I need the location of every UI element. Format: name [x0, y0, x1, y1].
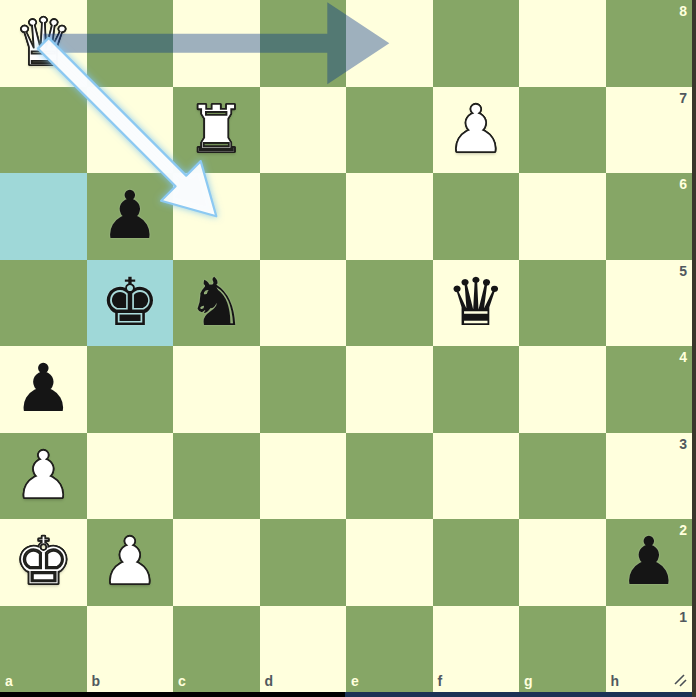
square-e3[interactable] [346, 433, 433, 520]
square-a2[interactable]: ♚ [0, 519, 87, 606]
square-h8[interactable]: 8 [606, 0, 693, 87]
square-a3[interactable]: ♟ [0, 433, 87, 520]
square-e5[interactable] [346, 260, 433, 347]
piece-white-pawn-a3[interactable]: ♟ [14, 433, 73, 520]
rank-label-1: 1 [679, 609, 687, 625]
square-e8[interactable] [346, 0, 433, 87]
piece-white-pawn-b2[interactable]: ♟ [100, 519, 159, 606]
square-f5[interactable]: ♛ [433, 260, 520, 347]
square-c5[interactable]: ♞ [173, 260, 260, 347]
square-a4[interactable]: ♟ [0, 346, 87, 433]
square-g4[interactable] [519, 346, 606, 433]
right-edge-strip [692, 0, 696, 697]
square-e6[interactable] [346, 173, 433, 260]
file-label-c: c [178, 673, 186, 689]
square-d5[interactable] [260, 260, 347, 347]
piece-black-pawn-b6[interactable]: ♟ [100, 173, 159, 260]
file-label-f: f [438, 673, 443, 689]
rank-label-2: 2 [679, 522, 687, 538]
file-label-h: h [611, 673, 620, 689]
square-e4[interactable] [346, 346, 433, 433]
piece-black-queen-f5[interactable]: ♛ [446, 260, 505, 347]
square-a1[interactable]: a [0, 606, 87, 693]
square-f2[interactable] [433, 519, 520, 606]
square-d6[interactable] [260, 173, 347, 260]
square-f4[interactable] [433, 346, 520, 433]
square-f3[interactable] [433, 433, 520, 520]
square-h4[interactable]: 4 [606, 346, 693, 433]
rank-label-8: 8 [679, 3, 687, 19]
square-d4[interactable] [260, 346, 347, 433]
square-b5[interactable]: ♚ [87, 260, 174, 347]
square-d1[interactable]: d [260, 606, 347, 693]
square-b3[interactable] [87, 433, 174, 520]
square-g1[interactable]: g [519, 606, 606, 693]
rank-label-7: 7 [679, 90, 687, 106]
piece-white-rook-c7[interactable]: ♜ [187, 87, 246, 174]
square-d3[interactable] [260, 433, 347, 520]
file-label-e: e [351, 673, 359, 689]
square-f1[interactable]: f [433, 606, 520, 693]
square-g6[interactable] [519, 173, 606, 260]
square-h6[interactable]: 6 [606, 173, 693, 260]
square-f7[interactable]: ♟ [433, 87, 520, 174]
square-a8[interactable]: ♛ [0, 0, 87, 87]
chess-app-window: ♛8♜♟7♟6♚♞♛5♟4♟3♚♟2♟abcdefgh1 [0, 0, 696, 697]
square-g3[interactable] [519, 433, 606, 520]
square-b8[interactable] [87, 0, 174, 87]
file-label-g: g [524, 673, 533, 689]
bottom-edge-strip [0, 692, 692, 697]
square-d7[interactable] [260, 87, 347, 174]
piece-black-pawn-a4[interactable]: ♟ [14, 346, 73, 433]
square-a5[interactable] [0, 260, 87, 347]
square-h3[interactable]: 3 [606, 433, 693, 520]
square-c1[interactable]: c [173, 606, 260, 693]
square-h5[interactable]: 5 [606, 260, 693, 347]
square-d2[interactable] [260, 519, 347, 606]
rank-label-3: 3 [679, 436, 687, 452]
square-e7[interactable] [346, 87, 433, 174]
piece-white-pawn-f7[interactable]: ♟ [446, 87, 505, 174]
rank-label-4: 4 [679, 349, 687, 365]
square-b7[interactable] [87, 87, 174, 174]
square-b6[interactable]: ♟ [87, 173, 174, 260]
square-d8[interactable] [260, 0, 347, 87]
square-b1[interactable]: b [87, 606, 174, 693]
square-f6[interactable] [433, 173, 520, 260]
square-e1[interactable]: e [346, 606, 433, 693]
file-label-b: b [92, 673, 101, 689]
square-g2[interactable] [519, 519, 606, 606]
file-label-d: d [265, 673, 274, 689]
piece-black-pawn-h2[interactable]: ♟ [619, 519, 678, 606]
rank-label-5: 5 [679, 263, 687, 279]
square-a6[interactable] [0, 173, 87, 260]
square-h7[interactable]: 7 [606, 87, 693, 174]
square-e2[interactable] [346, 519, 433, 606]
square-c2[interactable] [173, 519, 260, 606]
square-c8[interactable] [173, 0, 260, 87]
chess-board: ♛8♜♟7♟6♚♞♛5♟4♟3♚♟2♟abcdefgh1 [0, 0, 692, 692]
square-h2[interactable]: 2♟ [606, 519, 693, 606]
square-c7[interactable]: ♜ [173, 87, 260, 174]
square-c4[interactable] [173, 346, 260, 433]
piece-black-knight-c5[interactable]: ♞ [187, 260, 246, 347]
piece-white-queen-a8[interactable]: ♛ [14, 0, 73, 87]
board-resize-handle[interactable] [671, 671, 689, 689]
square-g5[interactable] [519, 260, 606, 347]
square-g7[interactable] [519, 87, 606, 174]
square-c6[interactable] [173, 173, 260, 260]
square-b4[interactable] [87, 346, 174, 433]
square-a7[interactable] [0, 87, 87, 174]
piece-white-king-a2[interactable]: ♚ [14, 519, 73, 606]
rank-label-6: 6 [679, 176, 687, 192]
square-f8[interactable] [433, 0, 520, 87]
square-c3[interactable] [173, 433, 260, 520]
square-b2[interactable]: ♟ [87, 519, 174, 606]
square-g8[interactable] [519, 0, 606, 87]
piece-black-king-b5[interactable]: ♚ [100, 260, 159, 347]
file-label-a: a [5, 673, 13, 689]
